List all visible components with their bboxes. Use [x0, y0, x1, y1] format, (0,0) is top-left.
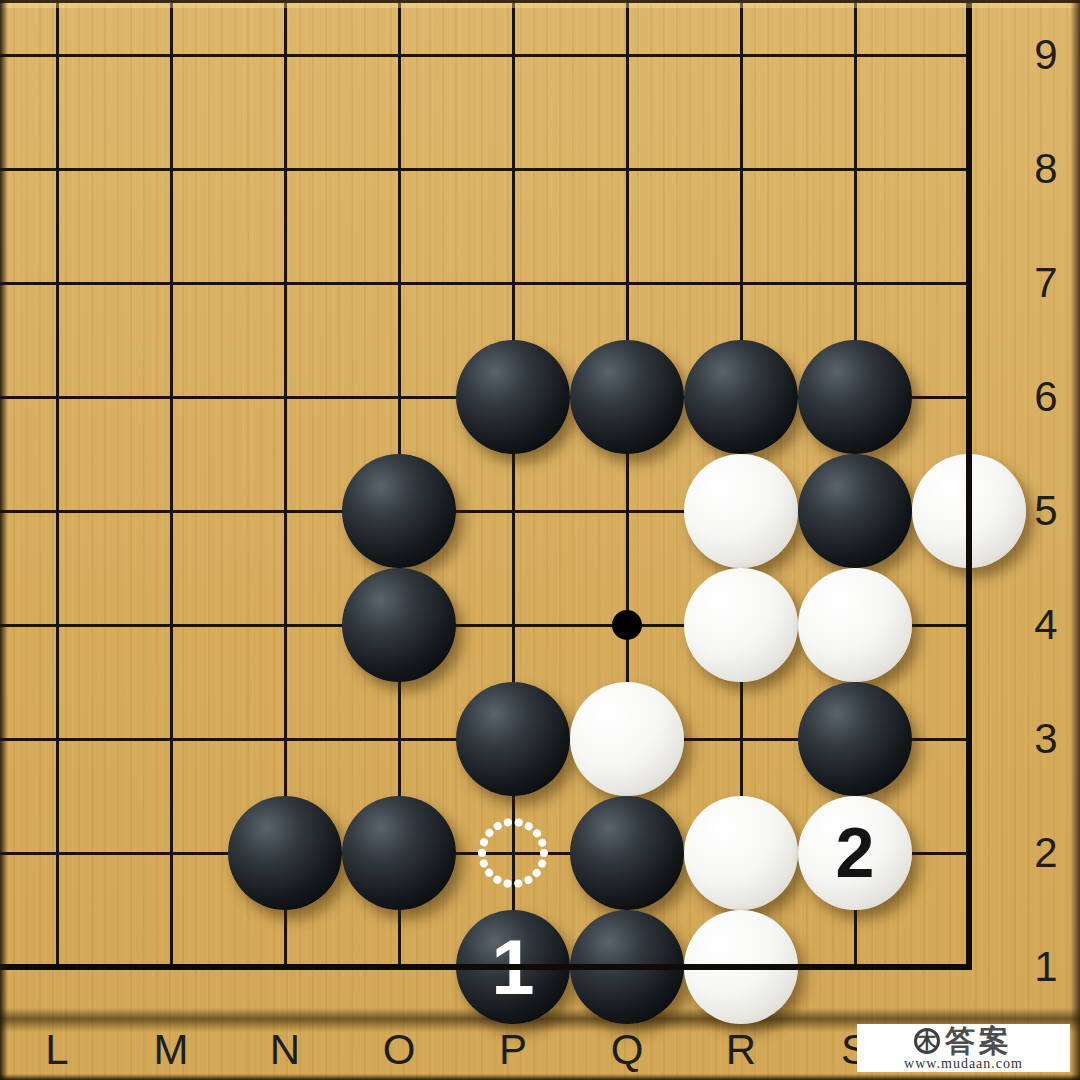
move-number-1: 1 — [491, 928, 534, 1006]
row-label-8: 8 — [1022, 147, 1070, 191]
watermark: 木 答案 www.mudaan.com — [857, 1024, 1070, 1072]
stone-black-P3 — [456, 682, 570, 796]
stone-black-Q2 — [570, 796, 684, 910]
stone-white-Q3 — [570, 682, 684, 796]
photo-edge-top-highlight — [0, 3, 1080, 8]
stone-black-N2 — [228, 796, 342, 910]
grid-line-row-9 — [0, 54, 972, 57]
stone-black-S6 — [798, 340, 912, 454]
grid-line-col-L — [56, 0, 59, 970]
column-label-M: M — [143, 1028, 199, 1072]
row-label-2: 2 — [1022, 831, 1070, 875]
column-label-L: L — [29, 1028, 85, 1072]
stone-black-P6 — [456, 340, 570, 454]
stone-black-S3 — [798, 682, 912, 796]
row-label-7: 7 — [1022, 261, 1070, 305]
row-label-6: 6 — [1022, 375, 1070, 419]
row-label-9: 9 — [1022, 33, 1070, 77]
column-label-Q: Q — [599, 1028, 655, 1072]
row-label-5: 5 — [1022, 489, 1070, 533]
stone-white-T5 — [912, 454, 1026, 568]
move-number-2: 2 — [836, 818, 875, 888]
stone-white-R1 — [684, 910, 798, 1024]
stone-black-R6 — [684, 340, 798, 454]
wood-logo-icon: 木 — [914, 1028, 940, 1054]
column-label-O: O — [371, 1028, 427, 1072]
watermark-brand-row: 木 答案 — [914, 1026, 1013, 1056]
stone-white-S4 — [798, 568, 912, 682]
stone-white-R2 — [684, 796, 798, 910]
stone-black-O4 — [342, 568, 456, 682]
stone-black-Q1 — [570, 910, 684, 1024]
grid-line-col-M — [170, 0, 173, 970]
stone-black-Q6 — [570, 340, 684, 454]
grid-line-row-7 — [0, 282, 972, 285]
stone-black-O5 — [342, 454, 456, 568]
stone-white-R5 — [684, 454, 798, 568]
column-label-P: P — [485, 1028, 541, 1072]
column-label-R: R — [713, 1028, 769, 1072]
go-board: 21 — [0, 0, 1080, 1080]
watermark-brand-text: 答案 — [945, 1026, 1013, 1056]
stone-black-S5 — [798, 454, 912, 568]
stone-white-S2: 2 — [798, 796, 912, 910]
row-label-4: 4 — [1022, 603, 1070, 647]
column-label-N: N — [257, 1028, 313, 1072]
dotted-circle-marker-P2 — [471, 811, 555, 899]
grid-line-row-8 — [0, 168, 972, 171]
star-point-Q4 — [612, 610, 642, 640]
watermark-url: www.mudaan.com — [904, 1056, 1023, 1071]
row-label-3: 3 — [1022, 717, 1070, 761]
stone-black-O2 — [342, 796, 456, 910]
stone-black-P1: 1 — [456, 910, 570, 1024]
row-label-1: 1 — [1022, 945, 1070, 989]
stone-white-R4 — [684, 568, 798, 682]
go-diagram: 21 LMNOPQRS 987654321 木 答案 www.mudaan.co… — [0, 0, 1080, 1080]
